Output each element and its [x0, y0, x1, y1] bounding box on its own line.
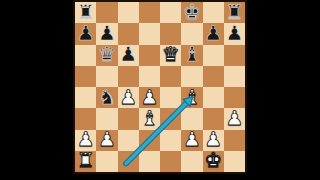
black-pawn-icon: ♟ [119, 45, 137, 65]
square-h6[interactable] [224, 45, 245, 66]
square-e1[interactable] [160, 151, 181, 172]
square-c1[interactable] [118, 151, 139, 172]
white-bishop-icon: ♝ [140, 108, 158, 128]
square-h5[interactable] [224, 66, 245, 87]
white-pawn-icon: ♟ [77, 130, 95, 150]
white-pawn-icon: ♟ [183, 130, 201, 150]
square-g4[interactable] [203, 87, 224, 108]
square-g5[interactable] [203, 66, 224, 87]
square-d2[interactable] [139, 130, 160, 151]
square-c2[interactable] [118, 130, 139, 151]
black-king-icon: ♚ [183, 2, 201, 22]
square-e7[interactable] [160, 23, 181, 44]
black-pawn-icon: ♟ [204, 23, 222, 43]
white-pawn-icon: ♟ [98, 130, 116, 150]
square-e5[interactable] [160, 66, 181, 87]
square-h2[interactable] [224, 130, 245, 151]
square-d3[interactable]: ♝ [139, 108, 160, 129]
square-a3[interactable] [75, 108, 96, 129]
black-pawn-icon: ♟ [225, 23, 243, 43]
square-e6[interactable]: ♛ [160, 45, 181, 66]
square-e4[interactable] [160, 87, 181, 108]
chess-board: ♜♚♜♟♟♟♟♛♟♛♝♞♟♟♝♝♟♟♟♟♟♜♚ [75, 2, 245, 172]
square-b1[interactable] [96, 151, 117, 172]
white-king-icon: ♚ [204, 151, 222, 171]
square-f3[interactable] [181, 108, 202, 129]
white-pawn-icon: ♟ [225, 108, 243, 128]
square-b3[interactable] [96, 108, 117, 129]
white-bishop-icon: ♝ [183, 87, 201, 107]
white-rook-icon: ♜ [77, 151, 95, 171]
square-h8[interactable]: ♜ [224, 2, 245, 23]
square-a6[interactable] [75, 45, 96, 66]
square-b4[interactable]: ♞ [96, 87, 117, 108]
square-g6[interactable] [203, 45, 224, 66]
square-a4[interactable] [75, 87, 96, 108]
square-d7[interactable] [139, 23, 160, 44]
black-bishop-icon: ♝ [183, 45, 201, 65]
square-a1[interactable]: ♜ [75, 151, 96, 172]
square-g3[interactable] [203, 108, 224, 129]
square-c6[interactable]: ♟ [118, 45, 139, 66]
square-d8[interactable] [139, 2, 160, 23]
square-g7[interactable]: ♟ [203, 23, 224, 44]
square-f1[interactable] [181, 151, 202, 172]
square-f7[interactable] [181, 23, 202, 44]
black-pawn-icon: ♟ [98, 23, 116, 43]
square-c8[interactable] [118, 2, 139, 23]
black-rook-icon: ♜ [77, 2, 95, 22]
square-f8[interactable]: ♚ [181, 2, 202, 23]
square-d5[interactable] [139, 66, 160, 87]
square-c3[interactable] [118, 108, 139, 129]
square-e3[interactable] [160, 108, 181, 129]
black-queen-icon: ♛ [98, 45, 116, 65]
square-d4[interactable]: ♟ [139, 87, 160, 108]
square-f5[interactable] [181, 66, 202, 87]
square-b2[interactable]: ♟ [96, 130, 117, 151]
square-e2[interactable] [160, 130, 181, 151]
black-rook-icon: ♜ [225, 2, 243, 22]
square-a7[interactable]: ♟ [75, 23, 96, 44]
white-queen-icon: ♛ [162, 45, 180, 65]
square-g1[interactable]: ♚ [203, 151, 224, 172]
black-pawn-icon: ♟ [77, 23, 95, 43]
square-a8[interactable]: ♜ [75, 2, 96, 23]
square-h3[interactable]: ♟ [224, 108, 245, 129]
square-h4[interactable] [224, 87, 245, 108]
square-g8[interactable] [203, 2, 224, 23]
square-h7[interactable]: ♟ [224, 23, 245, 44]
square-b6[interactable]: ♛ [96, 45, 117, 66]
white-pawn-icon: ♟ [204, 130, 222, 150]
square-c7[interactable] [118, 23, 139, 44]
square-a2[interactable]: ♟ [75, 130, 96, 151]
square-a5[interactable] [75, 66, 96, 87]
square-d1[interactable] [139, 151, 160, 172]
white-pawn-icon: ♟ [140, 87, 158, 107]
square-f2[interactable]: ♟ [181, 130, 202, 151]
square-d6[interactable] [139, 45, 160, 66]
square-g2[interactable]: ♟ [203, 130, 224, 151]
square-c5[interactable] [118, 66, 139, 87]
square-b7[interactable]: ♟ [96, 23, 117, 44]
square-c4[interactable]: ♟ [118, 87, 139, 108]
white-pawn-icon: ♟ [119, 87, 137, 107]
square-b8[interactable] [96, 2, 117, 23]
square-h1[interactable] [224, 151, 245, 172]
black-knight-icon: ♞ [98, 87, 116, 107]
square-e8[interactable] [160, 2, 181, 23]
square-f4[interactable]: ♝ [181, 87, 202, 108]
square-f6[interactable]: ♝ [181, 45, 202, 66]
letterbox-stage: ♜♚♜♟♟♟♟♛♟♛♝♞♟♟♝♝♟♟♟♟♟♜♚ [0, 0, 320, 180]
square-b5[interactable] [96, 66, 117, 87]
